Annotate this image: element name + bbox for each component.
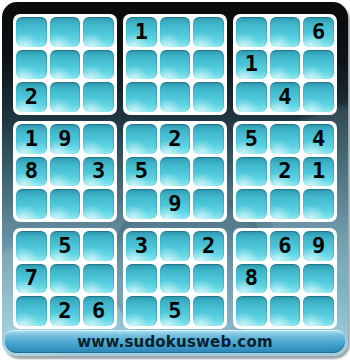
- cell-r2c4[interactable]: [126, 50, 157, 80]
- cell-r8c8[interactable]: [270, 264, 301, 294]
- cell-r5c6[interactable]: [193, 157, 224, 187]
- cell-r9c3[interactable]: 6: [83, 296, 114, 326]
- cell-r3c7[interactable]: [236, 82, 267, 112]
- cell-r6c6[interactable]: [193, 189, 224, 219]
- cell-r3c5[interactable]: [160, 82, 191, 112]
- cell-r3c2[interactable]: [50, 82, 81, 112]
- sudoku-box-3: 614: [233, 14, 337, 115]
- cell-r7c3[interactable]: [83, 231, 114, 261]
- cell-r8c4[interactable]: [126, 264, 157, 294]
- cell-r3c9[interactable]: [303, 82, 334, 112]
- cell-r3c8[interactable]: 4: [270, 82, 301, 112]
- cell-r7c4[interactable]: 3: [126, 231, 157, 261]
- cell-r5c5[interactable]: [160, 157, 191, 187]
- cell-r6c2[interactable]: [50, 189, 81, 219]
- cell-r7c2[interactable]: 5: [50, 231, 81, 261]
- cell-r7c7[interactable]: [236, 231, 267, 261]
- cell-r2c7[interactable]: 1: [236, 50, 267, 80]
- cell-r6c9[interactable]: [303, 189, 334, 219]
- cell-r6c7[interactable]: [236, 189, 267, 219]
- sudoku-box-5: 259: [123, 121, 227, 222]
- cell-r1c8[interactable]: [270, 17, 301, 47]
- cell-r2c8[interactable]: [270, 50, 301, 80]
- cell-r3c1[interactable]: 2: [16, 82, 47, 112]
- cell-r9c5[interactable]: 5: [160, 296, 191, 326]
- cell-r5c3[interactable]: 3: [83, 157, 114, 187]
- cell-r1c3[interactable]: [83, 17, 114, 47]
- cell-r2c5[interactable]: [160, 50, 191, 80]
- cell-r7c5[interactable]: [160, 231, 191, 261]
- sudoku-box-1: 2: [13, 14, 117, 115]
- cell-r6c4[interactable]: [126, 189, 157, 219]
- cell-r5c2[interactable]: [50, 157, 81, 187]
- cell-r6c8[interactable]: [270, 189, 301, 219]
- sudoku-box-7: 5726: [13, 228, 117, 329]
- cell-r4c1[interactable]: 1: [16, 124, 47, 154]
- cell-r5c7[interactable]: [236, 157, 267, 187]
- cell-r8c9[interactable]: [303, 264, 334, 294]
- cell-r1c6[interactable]: [193, 17, 224, 47]
- cell-r5c4[interactable]: 5: [126, 157, 157, 187]
- cell-r8c1[interactable]: 7: [16, 264, 47, 294]
- cell-r3c4[interactable]: [126, 82, 157, 112]
- cell-r1c9[interactable]: 6: [303, 17, 334, 47]
- cell-r4c6[interactable]: [193, 124, 224, 154]
- cell-r8c5[interactable]: [160, 264, 191, 294]
- cell-r1c7[interactable]: [236, 17, 267, 47]
- sudoku-card: 21614198325954215726325698 www.sudokuswe…: [2, 2, 348, 356]
- cell-r8c2[interactable]: [50, 264, 81, 294]
- cell-r6c5[interactable]: 9: [160, 189, 191, 219]
- cell-r5c9[interactable]: 1: [303, 157, 334, 187]
- cell-r9c6[interactable]: [193, 296, 224, 326]
- cell-r2c6[interactable]: [193, 50, 224, 80]
- cell-r3c6[interactable]: [193, 82, 224, 112]
- cell-r4c2[interactable]: 9: [50, 124, 81, 154]
- footer-bar: www.sudokusweb.com: [5, 330, 345, 353]
- cell-r5c1[interactable]: 8: [16, 157, 47, 187]
- sudoku-box-8: 325: [123, 228, 227, 329]
- cell-r2c9[interactable]: [303, 50, 334, 80]
- cell-r9c2[interactable]: 2: [50, 296, 81, 326]
- cell-r1c5[interactable]: [160, 17, 191, 47]
- cell-r1c4[interactable]: 1: [126, 17, 157, 47]
- cell-r7c8[interactable]: 6: [270, 231, 301, 261]
- sudoku-box-6: 5421: [233, 121, 337, 222]
- cell-r4c9[interactable]: 4: [303, 124, 334, 154]
- cell-r7c1[interactable]: [16, 231, 47, 261]
- cell-r1c2[interactable]: [50, 17, 81, 47]
- cell-r9c4[interactable]: [126, 296, 157, 326]
- cell-r2c1[interactable]: [16, 50, 47, 80]
- cell-r9c9[interactable]: [303, 296, 334, 326]
- cell-r4c7[interactable]: 5: [236, 124, 267, 154]
- cell-r4c3[interactable]: [83, 124, 114, 154]
- sudoku-box-2: 1: [123, 14, 227, 115]
- cell-r4c5[interactable]: 2: [160, 124, 191, 154]
- cell-r9c8[interactable]: [270, 296, 301, 326]
- cell-r9c7[interactable]: [236, 296, 267, 326]
- cell-r1c1[interactable]: [16, 17, 47, 47]
- cell-r2c3[interactable]: [83, 50, 114, 80]
- cell-r4c4[interactable]: [126, 124, 157, 154]
- cell-r6c3[interactable]: [83, 189, 114, 219]
- cell-r7c6[interactable]: 2: [193, 231, 224, 261]
- cell-r2c2[interactable]: [50, 50, 81, 80]
- cell-r6c1[interactable]: [16, 189, 47, 219]
- cell-r4c8[interactable]: [270, 124, 301, 154]
- cell-r8c7[interactable]: 8: [236, 264, 267, 294]
- sudoku-board: 21614198325954215726325698: [13, 14, 337, 329]
- cell-r9c1[interactable]: [16, 296, 47, 326]
- cell-r3c3[interactable]: [83, 82, 114, 112]
- cell-r8c6[interactable]: [193, 264, 224, 294]
- website-url[interactable]: www.sudokusweb.com: [77, 333, 272, 351]
- sudoku-box-9: 698: [233, 228, 337, 329]
- cell-r7c9[interactable]: 9: [303, 231, 334, 261]
- cell-r5c8[interactable]: 2: [270, 157, 301, 187]
- sudoku-box-4: 1983: [13, 121, 117, 222]
- cell-r8c3[interactable]: [83, 264, 114, 294]
